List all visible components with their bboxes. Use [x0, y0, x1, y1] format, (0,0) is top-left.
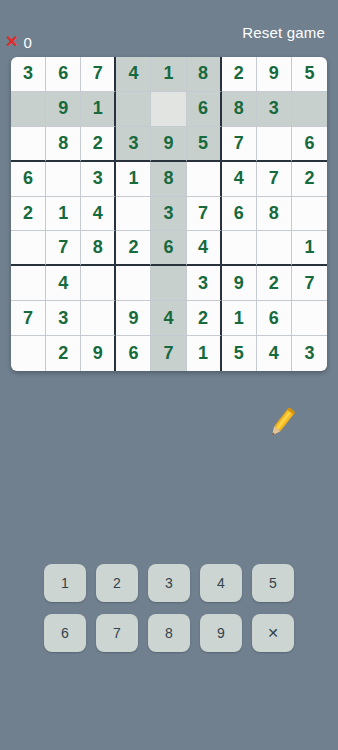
cell-r3c1[interactable] — [11, 127, 46, 162]
cell-r1c4[interactable]: 4 — [116, 57, 151, 92]
cell-r7c9[interactable]: 7 — [292, 266, 327, 301]
cell-r6c2[interactable]: 7 — [46, 231, 81, 266]
cell-r9c9[interactable]: 3 — [292, 336, 327, 371]
cell-r1c8[interactable]: 9 — [257, 57, 292, 92]
numpad-button-5[interactable]: 5 — [252, 564, 294, 602]
cell-r6c6[interactable]: 4 — [187, 231, 222, 266]
cell-r2c4[interactable] — [116, 92, 151, 127]
cell-r6c8[interactable] — [257, 231, 292, 266]
cell-r3c2[interactable]: 8 — [46, 127, 81, 162]
cell-r9c1[interactable] — [11, 336, 46, 371]
numpad-button-6[interactable]: 6 — [44, 614, 86, 652]
cell-r4c9[interactable]: 2 — [292, 162, 327, 197]
cell-r9c2[interactable]: 2 — [46, 336, 81, 371]
cell-r9c8[interactable]: 4 — [257, 336, 292, 371]
cell-r4c1[interactable]: 6 — [11, 162, 46, 197]
sudoku-board: 3674182959168382395766318472214376878264… — [11, 57, 327, 371]
cell-r1c1[interactable]: 3 — [11, 57, 46, 92]
cell-r3c9[interactable]: 6 — [292, 127, 327, 162]
cell-r3c3[interactable]: 2 — [81, 127, 116, 162]
cell-r7c7[interactable]: 9 — [222, 266, 257, 301]
cell-r3c5[interactable]: 9 — [151, 127, 186, 162]
numpad-button-9[interactable]: 9 — [200, 614, 242, 652]
cell-r7c6[interactable]: 3 — [187, 266, 222, 301]
cell-r6c4[interactable]: 2 — [116, 231, 151, 266]
cell-r1c9[interactable]: 5 — [292, 57, 327, 92]
cell-r5c9[interactable] — [292, 197, 327, 232]
cell-r8c8[interactable]: 6 — [257, 301, 292, 336]
cell-r5c6[interactable]: 7 — [187, 197, 222, 232]
numpad-button-7[interactable]: 7 — [96, 614, 138, 652]
cell-r7c1[interactable] — [11, 266, 46, 301]
cell-r5c2[interactable]: 1 — [46, 197, 81, 232]
reset-game-button[interactable]: Reset game — [242, 24, 325, 41]
cell-r9c4[interactable]: 6 — [116, 336, 151, 371]
cell-r7c3[interactable] — [81, 266, 116, 301]
cell-r7c2[interactable]: 4 — [46, 266, 81, 301]
cell-r7c5[interactable] — [151, 266, 186, 301]
cell-r2c5[interactable] — [151, 92, 186, 127]
cell-r9c5[interactable]: 7 — [151, 336, 186, 371]
cell-r3c7[interactable]: 7 — [222, 127, 257, 162]
cell-r5c8[interactable]: 8 — [257, 197, 292, 232]
cell-r4c7[interactable]: 4 — [222, 162, 257, 197]
cell-r2c8[interactable]: 3 — [257, 92, 292, 127]
cell-r7c4[interactable] — [116, 266, 151, 301]
cell-r6c5[interactable]: 6 — [151, 231, 186, 266]
cell-r9c6[interactable]: 1 — [187, 336, 222, 371]
cell-r6c3[interactable]: 8 — [81, 231, 116, 266]
cell-r5c1[interactable]: 2 — [11, 197, 46, 232]
cell-r4c6[interactable] — [187, 162, 222, 197]
cell-r4c2[interactable] — [46, 162, 81, 197]
cell-r6c7[interactable] — [222, 231, 257, 266]
cell-r4c5[interactable]: 8 — [151, 162, 186, 197]
cell-r2c9[interactable] — [292, 92, 327, 127]
cell-r2c1[interactable] — [11, 92, 46, 127]
cell-r9c3[interactable]: 9 — [81, 336, 116, 371]
cell-r8c1[interactable]: 7 — [11, 301, 46, 336]
cell-r3c8[interactable] — [257, 127, 292, 162]
cell-r2c2[interactable]: 9 — [46, 92, 81, 127]
numpad-button-4[interactable]: 4 — [200, 564, 242, 602]
cell-r7c8[interactable]: 2 — [257, 266, 292, 301]
cell-r3c4[interactable]: 3 — [116, 127, 151, 162]
numpad-button-1[interactable]: 1 — [44, 564, 86, 602]
pencil-icon[interactable] — [265, 403, 297, 445]
cell-r1c2[interactable]: 6 — [46, 57, 81, 92]
cell-r4c3[interactable]: 3 — [81, 162, 116, 197]
cell-r5c5[interactable]: 3 — [151, 197, 186, 232]
cell-r2c7[interactable]: 8 — [222, 92, 257, 127]
cell-r2c3[interactable]: 1 — [81, 92, 116, 127]
cell-r8c3[interactable] — [81, 301, 116, 336]
cell-r4c8[interactable]: 7 — [257, 162, 292, 197]
cell-r1c6[interactable]: 8 — [187, 57, 222, 92]
cell-r1c3[interactable]: 7 — [81, 57, 116, 92]
cell-r8c6[interactable]: 2 — [187, 301, 222, 336]
cell-r8c4[interactable]: 9 — [116, 301, 151, 336]
mistakes-counter: ✕ 0 — [5, 34, 32, 50]
cell-r5c7[interactable]: 6 — [222, 197, 257, 232]
numpad-button-2[interactable]: 2 — [96, 564, 138, 602]
cell-r8c5[interactable]: 4 — [151, 301, 186, 336]
numpad-button-3[interactable]: 3 — [148, 564, 190, 602]
cell-r2c6[interactable]: 6 — [187, 92, 222, 127]
cell-r1c5[interactable]: 1 — [151, 57, 186, 92]
numpad-row-2: 6789✕ — [0, 614, 338, 652]
cell-r3c6[interactable]: 5 — [187, 127, 222, 162]
cell-r8c9[interactable] — [292, 301, 327, 336]
cell-r6c1[interactable] — [11, 231, 46, 266]
cell-r4c4[interactable]: 1 — [116, 162, 151, 197]
cell-r9c7[interactable]: 5 — [222, 336, 257, 371]
cell-r8c7[interactable]: 1 — [222, 301, 257, 336]
cell-r1c7[interactable]: 2 — [222, 57, 257, 92]
cell-r8c2[interactable]: 3 — [46, 301, 81, 336]
numpad-button-delete[interactable]: ✕ — [252, 614, 294, 652]
cell-r5c3[interactable]: 4 — [81, 197, 116, 232]
numpad-button-8[interactable]: 8 — [148, 614, 190, 652]
mistake-x-icon: ✕ — [5, 34, 18, 50]
numpad-row-1: 12345 — [0, 564, 338, 602]
cell-r5c4[interactable] — [116, 197, 151, 232]
mistakes-count: 0 — [23, 35, 31, 50]
cell-r6c9[interactable]: 1 — [292, 231, 327, 266]
